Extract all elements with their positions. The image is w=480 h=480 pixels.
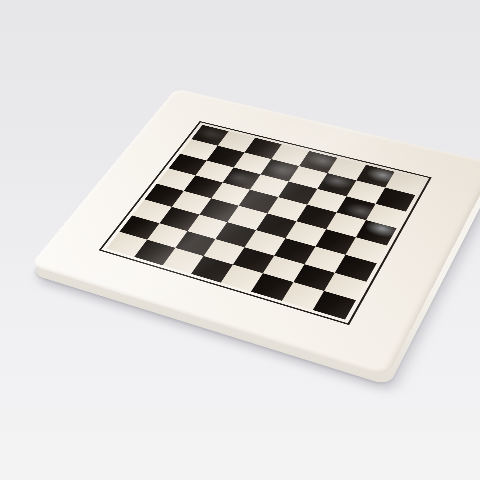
board-grid bbox=[106, 125, 424, 320]
playing-area bbox=[99, 121, 432, 325]
studio-backdrop bbox=[0, 0, 480, 480]
